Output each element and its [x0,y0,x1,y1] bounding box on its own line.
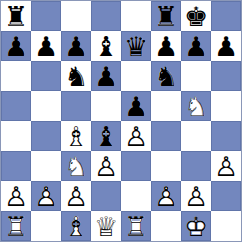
piece-white-knight[interactable]: ♞♘ [61,151,91,181]
piece-white-rook[interactable]: ♜♖ [121,211,151,241]
square-c8[interactable] [61,1,91,31]
square-a7[interactable]: ♙♟ [1,31,31,61]
square-d8[interactable] [91,1,121,31]
square-f3[interactable] [151,151,181,181]
piece-white-queen[interactable]: ♛♕ [91,211,121,241]
piece-outline-layer: ♛ [121,31,151,61]
piece-outline-layer: ♖ [1,211,31,241]
piece-white-rook[interactable]: ♜♖ [1,211,31,241]
square-b8[interactable] [31,1,61,31]
square-d3[interactable]: ♟♙ [91,151,121,181]
piece-outline-layer: ♟ [211,31,241,61]
piece-white-pawn[interactable]: ♟♙ [151,181,181,211]
piece-white-pawn[interactable]: ♟♙ [91,151,121,181]
square-f8[interactable]: ♖♜ [151,1,181,31]
piece-black-rook[interactable]: ♖♜ [1,1,31,31]
piece-white-pawn[interactable]: ♟♙ [211,151,241,181]
piece-black-pawn[interactable]: ♙♟ [1,31,31,61]
piece-outline-layer: ♟ [91,61,121,91]
square-a5[interactable] [1,91,31,121]
piece-outline-layer: ♗ [61,121,91,151]
piece-outline-layer: ♝ [91,31,121,61]
piece-outline-layer: ♙ [211,151,241,181]
piece-black-bishop[interactable]: ♗♝ [91,31,121,61]
piece-black-pawn[interactable]: ♙♟ [151,31,181,61]
piece-black-pawn[interactable]: ♙♟ [61,31,91,61]
square-h7[interactable]: ♙♟ [211,31,241,61]
square-h2[interactable] [211,181,241,211]
square-f6[interactable]: ♘♞ [151,61,181,91]
square-a8[interactable]: ♖♜ [1,1,31,31]
piece-outline-layer: ♚ [181,1,211,31]
square-b3[interactable] [31,151,61,181]
piece-outline-layer: ♙ [61,181,91,211]
square-g6[interactable] [181,61,211,91]
piece-outline-layer: ♟ [151,31,181,61]
square-c1[interactable]: ♝♗ [61,211,91,241]
piece-outline-layer: ♙ [1,181,31,211]
square-e1[interactable]: ♜♖ [121,211,151,241]
square-g7[interactable]: ♙♟ [181,31,211,61]
square-a4[interactable] [1,121,31,151]
square-g4[interactable] [181,121,211,151]
piece-outline-layer: ♘ [181,91,211,121]
square-b7[interactable]: ♙♟ [31,31,61,61]
piece-outline-layer: ♙ [181,181,211,211]
square-c7[interactable]: ♙♟ [61,31,91,61]
square-e3[interactable] [121,151,151,181]
piece-black-pawn[interactable]: ♙♟ [31,31,61,61]
square-c3[interactable]: ♞♘ [61,151,91,181]
square-g8[interactable]: ♔♚ [181,1,211,31]
square-f7[interactable]: ♙♟ [151,31,181,61]
piece-white-bishop[interactable]: ♝♗ [61,121,91,151]
square-b6[interactable] [31,61,61,91]
piece-black-queen[interactable]: ♕♛ [121,31,151,61]
piece-outline-layer: ♙ [91,151,121,181]
piece-white-pawn[interactable]: ♟♙ [181,181,211,211]
piece-outline-layer: ♟ [121,91,151,121]
chess-board: ♖♜♖♜♔♚♙♟♙♟♙♟♗♝♕♛♙♟♙♟♙♟♘♞♙♟♘♞♙♟♞♘♝♗♗♝♟♙♞♘… [0,0,242,242]
piece-outline-layer: ♔ [181,211,211,241]
square-f5[interactable] [151,91,181,121]
square-b5[interactable] [31,91,61,121]
piece-outline-layer: ♟ [181,31,211,61]
piece-black-pawn[interactable]: ♙♟ [211,31,241,61]
piece-outline-layer: ♟ [31,31,61,61]
square-d5[interactable] [91,91,121,121]
piece-black-knight[interactable]: ♘♞ [61,61,91,91]
square-a6[interactable] [1,61,31,91]
piece-white-pawn[interactable]: ♟♙ [31,181,61,211]
square-d7[interactable]: ♗♝ [91,31,121,61]
square-c6[interactable]: ♘♞ [61,61,91,91]
square-a1[interactable]: ♜♖ [1,211,31,241]
square-a2[interactable]: ♟♙ [1,181,31,211]
piece-black-knight[interactable]: ♘♞ [151,61,181,91]
piece-outline-layer: ♟ [1,31,31,61]
piece-black-king[interactable]: ♔♚ [181,1,211,31]
piece-black-pawn[interactable]: ♙♟ [91,61,121,91]
square-e8[interactable] [121,1,151,31]
piece-white-king[interactable]: ♚♔ [181,211,211,241]
square-g2[interactable]: ♟♙ [181,181,211,211]
piece-white-pawn[interactable]: ♟♙ [61,181,91,211]
square-e2[interactable] [121,181,151,211]
square-c5[interactable] [61,91,91,121]
piece-outline-layer: ♙ [151,181,181,211]
square-f2[interactable]: ♟♙ [151,181,181,211]
square-f1[interactable] [151,211,181,241]
square-e7[interactable]: ♕♛ [121,31,151,61]
square-g5[interactable]: ♞♘ [181,91,211,121]
piece-outline-layer: ♘ [61,151,91,181]
square-a3[interactable] [1,151,31,181]
piece-outline-layer: ♙ [31,181,61,211]
piece-black-pawn[interactable]: ♙♟ [181,31,211,61]
square-g1[interactable]: ♚♔ [181,211,211,241]
piece-white-knight[interactable]: ♞♘ [181,91,211,121]
square-d4[interactable]: ♗♝ [91,121,121,151]
square-b1[interactable] [31,211,61,241]
piece-white-pawn[interactable]: ♟♙ [1,181,31,211]
piece-outline-layer: ♖ [121,211,151,241]
piece-outline-layer: ♕ [91,211,121,241]
square-c4[interactable]: ♝♗ [61,121,91,151]
square-h5[interactable] [211,91,241,121]
square-h8[interactable] [211,1,241,31]
square-b2[interactable]: ♟♙ [31,181,61,211]
piece-outline-layer: ♙ [121,121,151,151]
square-c2[interactable]: ♟♙ [61,181,91,211]
square-d2[interactable] [91,181,121,211]
piece-outline-layer: ♝ [91,121,121,151]
piece-black-rook[interactable]: ♖♜ [151,1,181,31]
piece-outline-layer: ♗ [61,211,91,241]
piece-outline-layer: ♜ [151,1,181,31]
piece-outline-layer: ♜ [1,1,31,31]
piece-black-bishop[interactable]: ♗♝ [91,121,121,151]
piece-outline-layer: ♟ [61,31,91,61]
piece-outline-layer: ♞ [151,61,181,91]
square-e4[interactable]: ♟♙ [121,121,151,151]
square-h1[interactable] [211,211,241,241]
square-f4[interactable] [151,121,181,151]
square-d1[interactable]: ♛♕ [91,211,121,241]
square-g3[interactable] [181,151,211,181]
square-e5[interactable]: ♙♟ [121,91,151,121]
piece-black-pawn[interactable]: ♙♟ [121,91,151,121]
piece-white-bishop[interactable]: ♝♗ [61,211,91,241]
square-h3[interactable]: ♟♙ [211,151,241,181]
square-b4[interactable] [31,121,61,151]
square-h6[interactable] [211,61,241,91]
piece-outline-layer: ♞ [61,61,91,91]
square-e6[interactable] [121,61,151,91]
square-d6[interactable]: ♙♟ [91,61,121,91]
piece-white-pawn[interactable]: ♟♙ [121,121,151,151]
square-h4[interactable] [211,121,241,151]
